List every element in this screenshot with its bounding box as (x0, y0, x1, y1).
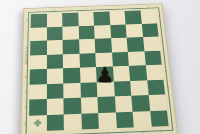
coordinate-label: h (140, 6, 156, 10)
square-c6[interactable] (63, 39, 79, 54)
square-b5[interactable] (46, 54, 63, 69)
photo-background: abcdefgh abcdefgh 87654321 87654321 (ill… (0, 0, 200, 134)
square-a4[interactable] (30, 69, 47, 84)
square-d7[interactable] (78, 25, 94, 39)
square-g1[interactable] (133, 111, 152, 128)
square-g7[interactable] (126, 24, 143, 38)
square-c8[interactable] (62, 13, 78, 27)
square-h6[interactable] (143, 36, 161, 50)
coordinate-label: 4 (24, 70, 28, 85)
square-a1[interactable]: ✤ (29, 115, 47, 132)
coordinate-label: 6 (160, 36, 166, 50)
left-edge-print: (illegible) (24, 50, 28, 65)
coordinate-label: f (109, 7, 125, 11)
coordinate-label: c (64, 132, 82, 134)
coordinate-label: 2 (167, 94, 173, 110)
coordinate-label: 8 (25, 14, 29, 27)
square-c1[interactable] (64, 113, 82, 130)
square-d4[interactable] (79, 67, 96, 82)
square-h5[interactable] (144, 50, 162, 65)
square-a8[interactable] (31, 14, 47, 28)
square-f1[interactable] (115, 111, 133, 128)
coordinate-label: h (151, 129, 169, 134)
coordinate-label: b (47, 9, 63, 13)
board-grid: ♟✤ (29, 10, 169, 132)
square-g6[interactable] (127, 37, 144, 51)
square-f6[interactable] (111, 38, 128, 52)
square-g5[interactable] (128, 51, 146, 66)
coordinate-label: d (78, 8, 94, 12)
square-e1[interactable] (98, 112, 116, 129)
coordinate-label: e (93, 7, 109, 11)
square-d1[interactable] (81, 113, 99, 130)
square-c2[interactable] (63, 98, 80, 114)
black-pawn-icon[interactable]: ♟ (97, 65, 114, 82)
coordinate-label: e (99, 131, 117, 134)
square-g2[interactable] (131, 95, 149, 111)
square-g4[interactable] (129, 65, 147, 80)
square-b2[interactable] (46, 98, 63, 114)
coordinate-label: d (82, 131, 100, 134)
coordinate-label: c (62, 8, 78, 12)
square-f4[interactable] (112, 66, 130, 81)
square-d2[interactable] (80, 97, 98, 113)
square-h1[interactable] (150, 110, 169, 127)
square-d5[interactable] (79, 53, 96, 68)
coordinate-label: 5 (24, 55, 28, 70)
coordinate-label: 1 (169, 110, 175, 126)
square-e6[interactable] (95, 38, 112, 53)
coordinate-label: b (46, 133, 64, 134)
square-f8[interactable] (109, 11, 126, 25)
coordinate-label: 2 (23, 100, 27, 116)
square-a6[interactable] (30, 41, 46, 56)
square-h2[interactable] (148, 94, 167, 110)
square-d6[interactable] (79, 39, 96, 54)
square-e7[interactable] (94, 25, 111, 39)
square-e8[interactable] (93, 11, 109, 25)
square-h7[interactable] (141, 23, 158, 37)
coordinate-label: f (117, 130, 135, 134)
chess-mat: abcdefgh abcdefgh 87654321 87654321 (ill… (20, 3, 178, 134)
coordinate-label: 7 (159, 23, 164, 37)
coordinate-label: 1 (23, 115, 28, 131)
square-a3[interactable] (29, 84, 46, 100)
square-a2[interactable] (29, 99, 46, 115)
square-e2[interactable] (97, 96, 115, 112)
square-b4[interactable] (46, 68, 63, 83)
coordinate-label: 8 (157, 10, 162, 23)
square-h8[interactable] (140, 10, 157, 24)
square-c4[interactable] (63, 68, 80, 83)
square-e4[interactable]: ♟ (96, 66, 113, 81)
square-f3[interactable] (113, 81, 131, 97)
square-c3[interactable] (63, 82, 80, 98)
coordinate-label: 7 (25, 28, 29, 42)
coordinate-label: 4 (163, 64, 169, 79)
square-h4[interactable] (145, 65, 163, 80)
square-b7[interactable] (46, 26, 62, 40)
square-g3[interactable] (130, 80, 148, 96)
coordinate-label: g (134, 129, 152, 134)
square-g8[interactable] (125, 10, 142, 24)
square-b3[interactable] (46, 83, 63, 99)
coordinate-label: 3 (24, 84, 28, 99)
maker-logo-icon: ✤ (29, 115, 47, 132)
square-f7[interactable] (110, 24, 127, 38)
square-b1[interactable] (46, 114, 64, 131)
coordinate-label: a (29, 133, 47, 134)
square-f2[interactable] (114, 96, 132, 112)
square-b6[interactable] (46, 40, 62, 55)
square-b8[interactable] (47, 13, 63, 27)
coordinate-label: 3 (165, 79, 171, 94)
coordinate-label: g (124, 6, 140, 10)
square-c5[interactable] (63, 53, 80, 68)
square-h3[interactable] (147, 79, 165, 95)
coordinate-label: 6 (25, 41, 29, 55)
square-c7[interactable] (62, 26, 78, 40)
coordinate-label: a (31, 9, 47, 13)
coordinate-label: 5 (162, 50, 168, 64)
square-a7[interactable] (30, 27, 46, 41)
square-a5[interactable] (30, 55, 47, 70)
square-d8[interactable] (78, 12, 94, 26)
